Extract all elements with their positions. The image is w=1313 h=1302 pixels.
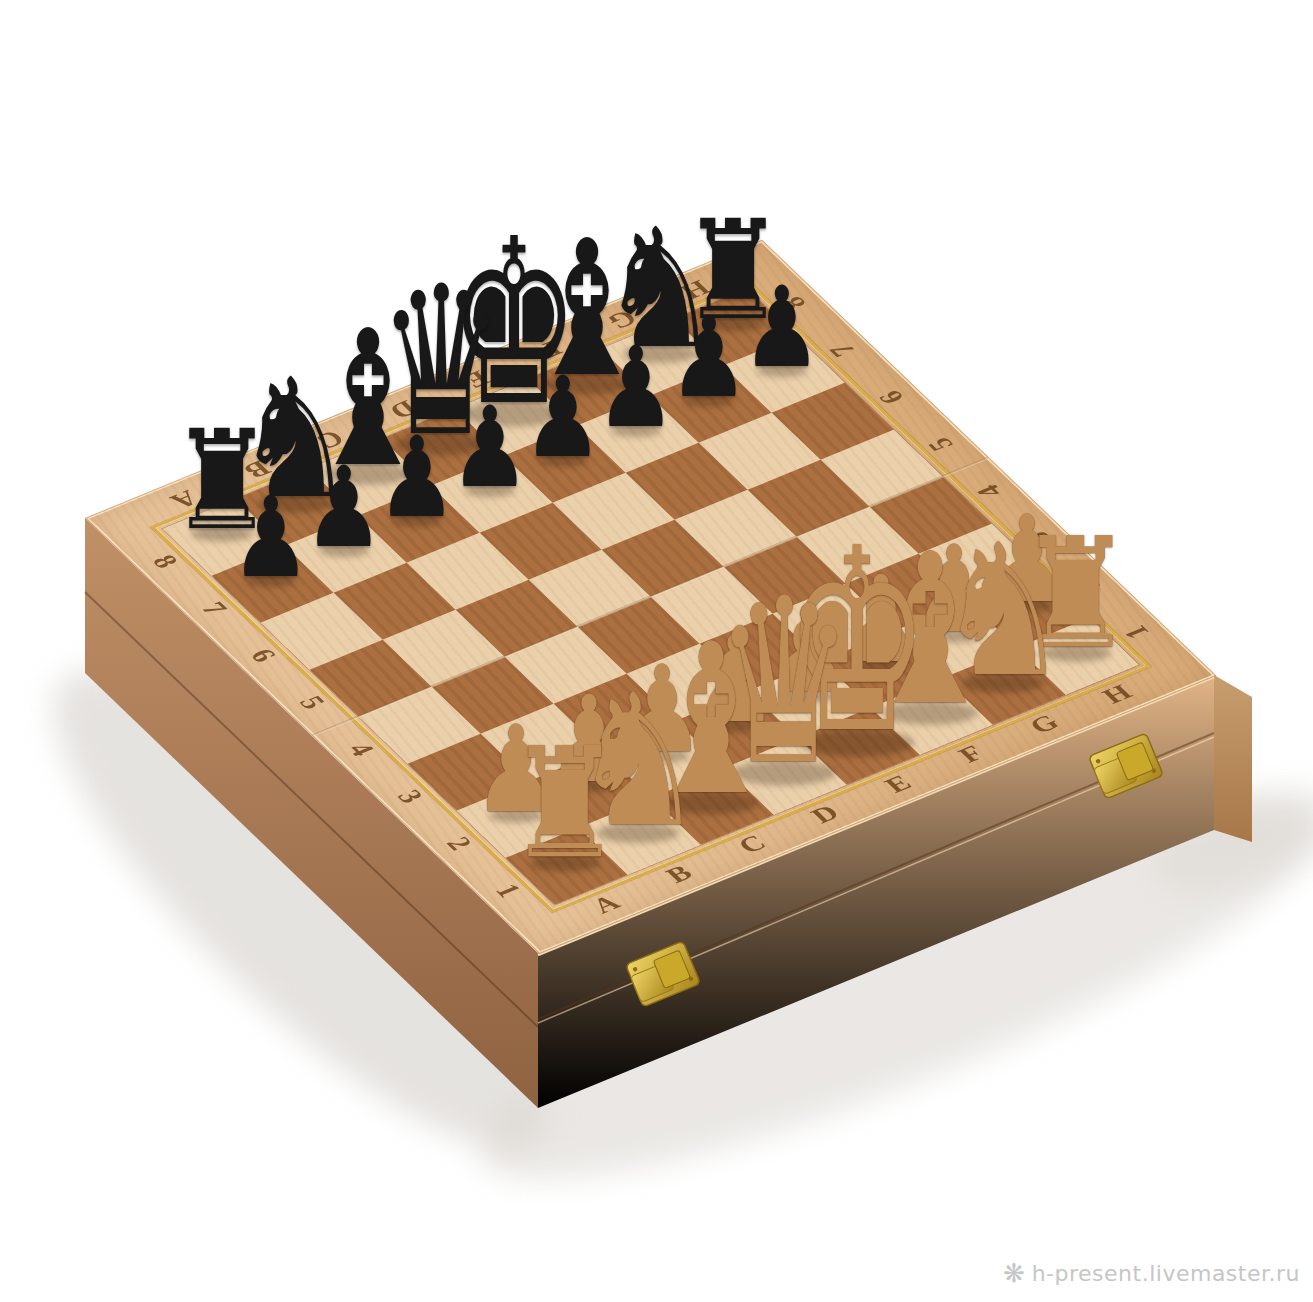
file-label-near-a: A [587, 891, 625, 917]
piece-black-pawn-b7[interactable]: ♟ [304, 453, 384, 565]
rank-label-left-7: 7 [196, 598, 233, 618]
piece-black-pawn-h7[interactable]: ♟ [742, 273, 822, 385]
file-label-near-h: H [1097, 681, 1137, 707]
watermark: ❋ h-present.livemaster.ru [1003, 1260, 1300, 1286]
rank-label-right-5: 5 [922, 434, 959, 454]
piece-black-pawn-e7[interactable]: ♟ [523, 363, 603, 475]
piece-black-pawn-d7[interactable]: ♟ [450, 393, 530, 505]
rank-label-left-4: 4 [343, 739, 380, 759]
piece-white-rook-a1[interactable]: ♜ [507, 728, 623, 880]
box-end-wall [1214, 675, 1252, 842]
rank-label-left-6: 6 [245, 645, 282, 665]
piece-black-pawn-c7[interactable]: ♟ [377, 423, 457, 535]
rank-label-left-5: 5 [294, 692, 331, 712]
chess-box-photo: AA88BB77CC66DD55EE44FF33GG22HH11 ♜♞♝♛♚♝♞… [0, 0, 1313, 1302]
rank-label-left-3: 3 [392, 786, 429, 806]
rank-label-right-6: 6 [873, 387, 910, 407]
piece-black-pawn-a7[interactable]: ♟ [231, 483, 311, 595]
watermark-text: h-present.livemaster.ru [1032, 1261, 1300, 1286]
rank-label-right-7: 7 [824, 340, 861, 360]
piece-black-pawn-f7[interactable]: ♟ [596, 333, 676, 445]
snowflake-icon: ❋ [1003, 1260, 1025, 1286]
piece-black-pawn-g7[interactable]: ♟ [669, 303, 749, 415]
